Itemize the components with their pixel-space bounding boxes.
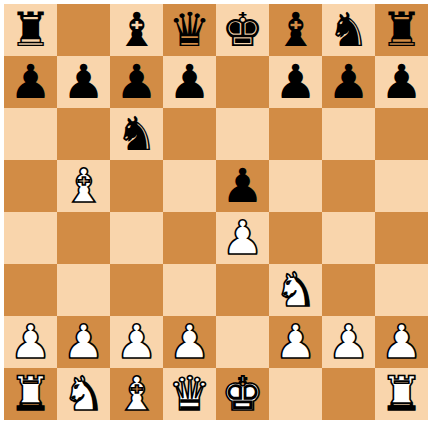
square-e1[interactable]: ♚ (216, 368, 269, 420)
square-h5[interactable] (375, 160, 428, 212)
square-d2[interactable]: ♟ (163, 316, 216, 368)
square-h2[interactable]: ♟ (375, 316, 428, 368)
square-b5[interactable]: ♝ (57, 160, 110, 212)
square-g6[interactable] (322, 108, 375, 160)
square-c1[interactable]: ♝ (110, 368, 163, 420)
piece-white-knight[interactable]: ♞ (62, 370, 104, 417)
square-h3[interactable] (375, 264, 428, 316)
square-b6[interactable] (57, 108, 110, 160)
piece-white-pawn[interactable]: ♟ (380, 318, 422, 365)
square-c3[interactable] (110, 264, 163, 316)
square-b8[interactable] (57, 4, 110, 56)
piece-black-bishop[interactable]: ♝ (274, 6, 316, 53)
square-h1[interactable]: ♜ (375, 368, 428, 420)
square-a4[interactable] (4, 212, 57, 264)
square-b7[interactable]: ♟ (57, 56, 110, 108)
square-c8[interactable]: ♝ (110, 4, 163, 56)
square-h8[interactable]: ♜ (375, 4, 428, 56)
square-g5[interactable] (322, 160, 375, 212)
piece-white-pawn[interactable]: ♟ (274, 318, 316, 365)
piece-white-king[interactable]: ♚ (221, 370, 263, 417)
piece-black-pawn[interactable]: ♟ (380, 58, 422, 105)
square-e6[interactable] (216, 108, 269, 160)
square-a6[interactable] (4, 108, 57, 160)
square-a3[interactable] (4, 264, 57, 316)
square-f8[interactable]: ♝ (269, 4, 322, 56)
piece-black-rook[interactable]: ♜ (380, 6, 422, 53)
square-d3[interactable] (163, 264, 216, 316)
square-h4[interactable] (375, 212, 428, 264)
square-c4[interactable] (110, 212, 163, 264)
square-g7[interactable]: ♟ (322, 56, 375, 108)
square-c6[interactable]: ♞ (110, 108, 163, 160)
piece-white-rook[interactable]: ♜ (380, 370, 422, 417)
piece-black-knight[interactable]: ♞ (115, 110, 157, 157)
piece-white-rook[interactable]: ♜ (9, 370, 51, 417)
square-f6[interactable] (269, 108, 322, 160)
square-f4[interactable] (269, 212, 322, 264)
piece-black-pawn[interactable]: ♟ (221, 162, 263, 209)
square-h7[interactable]: ♟ (375, 56, 428, 108)
square-e3[interactable] (216, 264, 269, 316)
piece-black-rook[interactable]: ♜ (9, 6, 51, 53)
piece-black-bishop[interactable]: ♝ (115, 6, 157, 53)
square-e2[interactable] (216, 316, 269, 368)
square-d5[interactable] (163, 160, 216, 212)
chess-board: ♜♝♛♚♝♞♜♟♟♟♟♟♟♟♞♝♟♟♞♟♟♟♟♟♟♟♜♞♝♛♚♜ (4, 4, 428, 420)
square-a7[interactable]: ♟ (4, 56, 57, 108)
piece-white-pawn[interactable]: ♟ (9, 318, 51, 365)
square-c5[interactable] (110, 160, 163, 212)
piece-black-pawn[interactable]: ♟ (327, 58, 369, 105)
square-d7[interactable]: ♟ (163, 56, 216, 108)
square-f1[interactable] (269, 368, 322, 420)
piece-black-pawn[interactable]: ♟ (9, 58, 51, 105)
square-c2[interactable]: ♟ (110, 316, 163, 368)
square-d1[interactable]: ♛ (163, 368, 216, 420)
piece-white-knight[interactable]: ♞ (274, 266, 316, 313)
square-b4[interactable] (57, 212, 110, 264)
piece-black-pawn[interactable]: ♟ (274, 58, 316, 105)
square-b2[interactable]: ♟ (57, 316, 110, 368)
square-a2[interactable]: ♟ (4, 316, 57, 368)
piece-black-pawn[interactable]: ♟ (168, 58, 210, 105)
square-f3[interactable]: ♞ (269, 264, 322, 316)
piece-black-king[interactable]: ♚ (221, 6, 263, 53)
piece-black-queen[interactable]: ♛ (168, 6, 210, 53)
piece-black-knight[interactable]: ♞ (327, 6, 369, 53)
square-h6[interactable] (375, 108, 428, 160)
square-e8[interactable]: ♚ (216, 4, 269, 56)
piece-white-pawn[interactable]: ♟ (221, 214, 263, 261)
piece-white-bishop[interactable]: ♝ (62, 162, 104, 209)
square-g8[interactable]: ♞ (322, 4, 375, 56)
square-a1[interactable]: ♜ (4, 368, 57, 420)
piece-white-pawn[interactable]: ♟ (115, 318, 157, 365)
square-f2[interactable]: ♟ (269, 316, 322, 368)
square-c7[interactable]: ♟ (110, 56, 163, 108)
square-b1[interactable]: ♞ (57, 368, 110, 420)
square-d6[interactable] (163, 108, 216, 160)
square-b3[interactable] (57, 264, 110, 316)
piece-black-pawn[interactable]: ♟ (62, 58, 104, 105)
piece-white-pawn[interactable]: ♟ (327, 318, 369, 365)
square-e5[interactable]: ♟ (216, 160, 269, 212)
square-g3[interactable] (322, 264, 375, 316)
square-f5[interactable] (269, 160, 322, 212)
square-g1[interactable] (322, 368, 375, 420)
square-d4[interactable] (163, 212, 216, 264)
piece-black-pawn[interactable]: ♟ (115, 58, 157, 105)
chess-app-window: ♜♝♛♚♝♞♜♟♟♟♟♟♟♟♞♝♟♟♞♟♟♟♟♟♟♟♜♞♝♛♚♜ (0, 0, 432, 424)
square-e4[interactable]: ♟ (216, 212, 269, 264)
piece-white-pawn[interactable]: ♟ (168, 318, 210, 365)
square-d8[interactable]: ♛ (163, 4, 216, 56)
square-e7[interactable] (216, 56, 269, 108)
square-g4[interactable] (322, 212, 375, 264)
square-f7[interactable]: ♟ (269, 56, 322, 108)
square-a5[interactable] (4, 160, 57, 212)
square-a8[interactable]: ♜ (4, 4, 57, 56)
piece-white-queen[interactable]: ♛ (168, 370, 210, 417)
piece-white-pawn[interactable]: ♟ (62, 318, 104, 365)
square-g2[interactable]: ♟ (322, 316, 375, 368)
piece-white-bishop[interactable]: ♝ (115, 370, 157, 417)
